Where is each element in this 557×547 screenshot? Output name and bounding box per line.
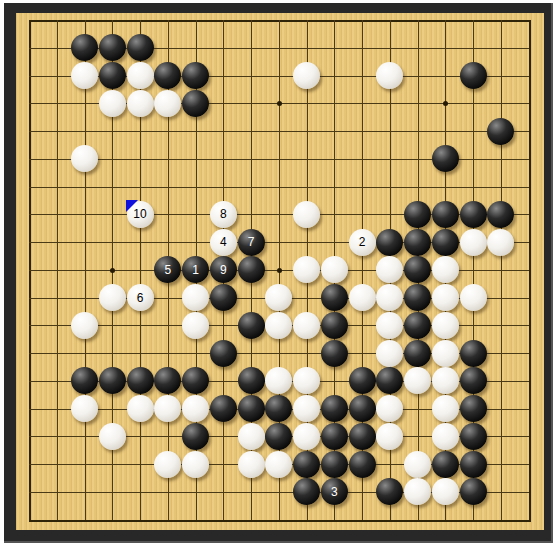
stone-black [321, 423, 348, 450]
stone-white [182, 451, 209, 478]
stone-white [432, 367, 459, 394]
stone-white [432, 395, 459, 422]
stone-black [349, 395, 376, 422]
stone-white: 2 [349, 229, 376, 256]
stone-white [182, 284, 209, 311]
move-number-label: 2 [359, 236, 366, 248]
stone-black [404, 340, 431, 367]
stone-black [99, 367, 126, 394]
stone-white [238, 451, 265, 478]
grid-line [29, 520, 531, 522]
stone-white [71, 395, 98, 422]
stone-white [376, 312, 403, 339]
stone-white [376, 284, 403, 311]
stone-white [432, 284, 459, 311]
stone-black [460, 395, 487, 422]
stone-black [210, 284, 237, 311]
stone-black [376, 229, 403, 256]
stone-black [432, 229, 459, 256]
move-number-label: 5 [164, 264, 171, 276]
move-number-label: 4 [220, 236, 227, 248]
stone-white [99, 423, 126, 450]
stone-white [321, 256, 348, 283]
stone-black [376, 367, 403, 394]
stone-white [293, 256, 320, 283]
stone-black [71, 367, 98, 394]
stone-black [460, 201, 487, 228]
triangle-marker [126, 200, 138, 212]
stone-black [349, 451, 376, 478]
stone-white [460, 284, 487, 311]
board-frame: 10847251963 [4, 3, 553, 543]
stone-black [99, 62, 126, 89]
stone-white [127, 395, 154, 422]
stone-white [432, 423, 459, 450]
stone-black: 5 [154, 256, 181, 283]
stone-black [321, 284, 348, 311]
stone-white [293, 201, 320, 228]
stone-black [154, 367, 181, 394]
stone-white [127, 62, 154, 89]
stone-white [293, 423, 320, 450]
stone-black [404, 229, 431, 256]
stone-black [154, 62, 181, 89]
stone-black [182, 90, 209, 117]
stone-black [404, 284, 431, 311]
stone-black [460, 451, 487, 478]
stone-white [376, 340, 403, 367]
move-number-label: 9 [220, 264, 227, 276]
stone-white [71, 62, 98, 89]
stone-white [154, 451, 181, 478]
stone-black [99, 34, 126, 61]
stone-white [293, 367, 320, 394]
stone-black [321, 340, 348, 367]
stone-white [432, 478, 459, 505]
stone-black [210, 395, 237, 422]
stone-black [404, 201, 431, 228]
stone-white: 8 [210, 201, 237, 228]
stone-black [487, 201, 514, 228]
stone-white [404, 451, 431, 478]
stone-white [265, 367, 292, 394]
stone-black [265, 423, 292, 450]
stone-black [487, 118, 514, 145]
stone-black [238, 395, 265, 422]
stone-black [127, 34, 154, 61]
move-number-label: 6 [137, 292, 144, 304]
stone-black [460, 62, 487, 89]
stone-white [376, 423, 403, 450]
move-number-label: 1 [192, 264, 199, 276]
stone-white [265, 284, 292, 311]
stone-white [238, 423, 265, 450]
star-point [110, 268, 115, 273]
stone-white [154, 90, 181, 117]
stone-white [432, 256, 459, 283]
grid-line [29, 187, 531, 188]
stone-black [238, 367, 265, 394]
stone-black [182, 367, 209, 394]
stone-black [432, 145, 459, 172]
grid-line [529, 20, 531, 521]
stone-black [238, 312, 265, 339]
stone-white [154, 395, 181, 422]
stone-black [432, 451, 459, 478]
stone-white: 4 [210, 229, 237, 256]
star-point [277, 268, 282, 273]
stone-white [376, 395, 403, 422]
stone-black [321, 451, 348, 478]
stone-black [293, 451, 320, 478]
stone-black [321, 395, 348, 422]
stone-white [404, 367, 431, 394]
stone-black [210, 340, 237, 367]
stone-black [404, 312, 431, 339]
stone-white [432, 340, 459, 367]
move-number-label: 8 [220, 208, 227, 220]
stone-white [432, 312, 459, 339]
stone-black [349, 423, 376, 450]
stone-white [293, 62, 320, 89]
stone-white [349, 284, 376, 311]
stone-black [460, 340, 487, 367]
stone-white [265, 451, 292, 478]
stone-black [71, 34, 98, 61]
stone-black [182, 62, 209, 89]
stone-white [293, 312, 320, 339]
stone-black [460, 478, 487, 505]
go-board[interactable]: 10847251963 [16, 13, 544, 530]
stone-white [293, 395, 320, 422]
stone-black: 1 [182, 256, 209, 283]
stone-white: 6 [127, 284, 154, 311]
move-number-label: 3 [331, 486, 338, 498]
stone-white [71, 145, 98, 172]
stone-black [182, 423, 209, 450]
stone-white [376, 256, 403, 283]
stone-black [265, 395, 292, 422]
stone-white [99, 284, 126, 311]
stone-white [99, 90, 126, 117]
stone-white [71, 312, 98, 339]
stone-white [127, 90, 154, 117]
stone-white [376, 62, 403, 89]
stone-black [460, 367, 487, 394]
stone-black [460, 423, 487, 450]
stone-black: 7 [238, 229, 265, 256]
stone-black [321, 312, 348, 339]
stone-black [293, 478, 320, 505]
stone-black [404, 256, 431, 283]
stone-white [265, 312, 292, 339]
star-point [443, 101, 448, 106]
stone-black: 3 [321, 478, 348, 505]
stone-black [238, 256, 265, 283]
stone-white [404, 478, 431, 505]
stone-white [182, 312, 209, 339]
star-point [277, 101, 282, 106]
stone-black: 9 [210, 256, 237, 283]
stone-white [487, 229, 514, 256]
move-number-label: 7 [248, 236, 255, 248]
stone-black [432, 201, 459, 228]
stone-black [376, 478, 403, 505]
stone-white [182, 395, 209, 422]
stone-black [349, 367, 376, 394]
stone-white [460, 229, 487, 256]
grid-line [29, 20, 531, 22]
screenshot-root: 10847251963 [0, 0, 557, 547]
grid-line [29, 131, 531, 132]
grid-line [501, 20, 502, 521]
stone-black [127, 367, 154, 394]
